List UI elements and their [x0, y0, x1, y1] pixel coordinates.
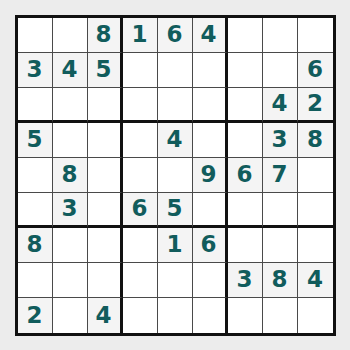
cell-r2c3: 5 [88, 53, 123, 88]
cell-r4c4[interactable] [123, 123, 158, 158]
cell-r3c6[interactable] [193, 88, 228, 123]
cell-r1c9[interactable] [298, 18, 333, 53]
cell-r1c8[interactable] [263, 18, 298, 53]
cell-r6c5: 5 [158, 193, 193, 228]
cell-r9c9[interactable] [298, 298, 333, 333]
cell-r3c5[interactable] [158, 88, 193, 123]
cell-r8c7: 3 [228, 263, 263, 298]
cell-r1c3: 8 [88, 18, 123, 53]
cell-r6c8[interactable] [263, 193, 298, 228]
cell-r2c2: 4 [53, 53, 88, 88]
sudoku-board: 81643456425438896736581638424 [15, 15, 336, 336]
cell-r3c4[interactable] [123, 88, 158, 123]
cell-r4c7[interactable] [228, 123, 263, 158]
cell-r2c9: 6 [298, 53, 333, 88]
cell-r1c1[interactable] [18, 18, 53, 53]
cell-r5c4[interactable] [123, 158, 158, 193]
cell-r6c4: 6 [123, 193, 158, 228]
cell-r7c6: 6 [193, 228, 228, 263]
cell-r3c2[interactable] [53, 88, 88, 123]
cell-r5c6: 9 [193, 158, 228, 193]
cell-r3c8: 4 [263, 88, 298, 123]
cell-r7c9[interactable] [298, 228, 333, 263]
cell-r7c1: 8 [18, 228, 53, 263]
cell-r2c4[interactable] [123, 53, 158, 88]
cell-r6c3[interactable] [88, 193, 123, 228]
cell-r7c7[interactable] [228, 228, 263, 263]
cell-r5c2: 8 [53, 158, 88, 193]
cell-r4c1: 5 [18, 123, 53, 158]
cell-r9c3: 4 [88, 298, 123, 333]
cell-r8c3[interactable] [88, 263, 123, 298]
cell-r2c1: 3 [18, 53, 53, 88]
cell-r6c9[interactable] [298, 193, 333, 228]
cell-r1c2[interactable] [53, 18, 88, 53]
cell-r6c2: 3 [53, 193, 88, 228]
page-background: 81643456425438896736581638424 [0, 0, 350, 350]
cell-r7c3[interactable] [88, 228, 123, 263]
cell-r7c8[interactable] [263, 228, 298, 263]
cell-r9c5[interactable] [158, 298, 193, 333]
cell-r9c6[interactable] [193, 298, 228, 333]
cell-r6c6[interactable] [193, 193, 228, 228]
cell-r8c5[interactable] [158, 263, 193, 298]
cell-r5c7: 6 [228, 158, 263, 193]
cell-r1c6: 4 [193, 18, 228, 53]
cell-r9c2[interactable] [53, 298, 88, 333]
cell-r2c5[interactable] [158, 53, 193, 88]
cell-r3c9: 2 [298, 88, 333, 123]
cell-r3c3[interactable] [88, 88, 123, 123]
cell-r7c4[interactable] [123, 228, 158, 263]
cell-r4c6[interactable] [193, 123, 228, 158]
cell-r9c7[interactable] [228, 298, 263, 333]
cell-r8c1[interactable] [18, 263, 53, 298]
cell-r1c5: 6 [158, 18, 193, 53]
cell-r6c1[interactable] [18, 193, 53, 228]
cell-r5c3[interactable] [88, 158, 123, 193]
cell-r8c2[interactable] [53, 263, 88, 298]
cell-r8c6[interactable] [193, 263, 228, 298]
cell-r4c3[interactable] [88, 123, 123, 158]
cell-r1c7[interactable] [228, 18, 263, 53]
cell-r1c4: 1 [123, 18, 158, 53]
cell-r4c8: 3 [263, 123, 298, 158]
cell-r2c6[interactable] [193, 53, 228, 88]
cell-r5c8: 7 [263, 158, 298, 193]
cell-r8c4[interactable] [123, 263, 158, 298]
cell-r2c7[interactable] [228, 53, 263, 88]
cell-r8c8: 8 [263, 263, 298, 298]
cell-r5c1[interactable] [18, 158, 53, 193]
cell-r5c9[interactable] [298, 158, 333, 193]
cell-r9c4[interactable] [123, 298, 158, 333]
cell-r9c8[interactable] [263, 298, 298, 333]
cell-r6c7[interactable] [228, 193, 263, 228]
cell-r7c5: 1 [158, 228, 193, 263]
cell-r2c8[interactable] [263, 53, 298, 88]
cell-r4c2[interactable] [53, 123, 88, 158]
cell-r3c1[interactable] [18, 88, 53, 123]
cell-r7c2[interactable] [53, 228, 88, 263]
cell-r5c5[interactable] [158, 158, 193, 193]
cell-r4c5: 4 [158, 123, 193, 158]
cell-r4c9: 8 [298, 123, 333, 158]
cell-r9c1: 2 [18, 298, 53, 333]
cell-r3c7[interactable] [228, 88, 263, 123]
cell-r8c9: 4 [298, 263, 333, 298]
